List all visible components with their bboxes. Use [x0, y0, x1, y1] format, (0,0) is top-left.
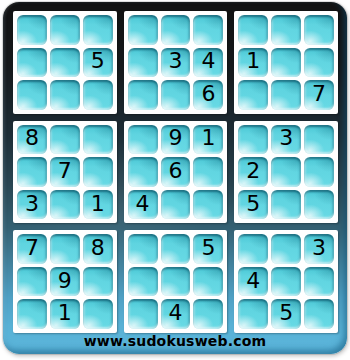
sudoku-box: 346: [124, 11, 228, 114]
cell-digit: 4: [168, 302, 182, 324]
sudoku-cell[interactable]: 5: [193, 234, 223, 264]
sudoku-cell[interactable]: 3: [304, 234, 334, 264]
sudoku-box: 17: [234, 11, 338, 114]
sudoku-cell[interactable]: 7: [17, 234, 47, 264]
sudoku-cell[interactable]: [17, 48, 47, 78]
sudoku-board: 53461787319164325789154345: [13, 11, 338, 333]
sudoku-cell[interactable]: 2: [238, 157, 268, 187]
sudoku-cell[interactable]: [17, 267, 47, 297]
cell-digit: 4: [201, 50, 215, 72]
sudoku-cell[interactable]: 7: [50, 157, 80, 187]
sudoku-cell[interactable]: [161, 80, 191, 110]
board-frame: 53461787319164325789154345 www.sudokuswe…: [3, 2, 347, 354]
sudoku-cell[interactable]: [83, 125, 113, 155]
cell-digit: 5: [279, 302, 293, 324]
cell-digit: 8: [91, 237, 105, 259]
sudoku-cell[interactable]: 1: [50, 299, 80, 329]
cell-digit: 3: [168, 50, 182, 72]
cell-digit: 7: [58, 160, 72, 182]
cell-digit: 1: [201, 127, 215, 149]
sudoku-cell[interactable]: [238, 125, 268, 155]
sudoku-cell[interactable]: [161, 234, 191, 264]
sudoku-cell[interactable]: [304, 190, 334, 220]
sudoku-cell[interactable]: [238, 299, 268, 329]
cell-digit: 6: [168, 160, 182, 182]
sudoku-cell[interactable]: [304, 157, 334, 187]
sudoku-cell[interactable]: [50, 80, 80, 110]
sudoku-box: 345: [234, 230, 338, 333]
sudoku-cell[interactable]: [50, 48, 80, 78]
sudoku-box: 5: [13, 11, 117, 114]
sudoku-cell[interactable]: 5: [238, 190, 268, 220]
sudoku-cell[interactable]: [128, 299, 158, 329]
sudoku-cell[interactable]: [128, 125, 158, 155]
sudoku-box: 54: [124, 230, 228, 333]
sudoku-cell[interactable]: 3: [17, 190, 47, 220]
sudoku-cell[interactable]: [128, 157, 158, 187]
sudoku-cell[interactable]: 4: [161, 299, 191, 329]
sudoku-cell[interactable]: 9: [161, 125, 191, 155]
sudoku-cell[interactable]: [304, 267, 334, 297]
sudoku-cell[interactable]: [50, 190, 80, 220]
sudoku-cell[interactable]: 5: [271, 299, 301, 329]
cell-digit: 8: [25, 127, 39, 149]
cell-digit: 9: [168, 127, 182, 149]
sudoku-cell[interactable]: [128, 267, 158, 297]
sudoku-cell[interactable]: [193, 15, 223, 45]
sudoku-cell[interactable]: [271, 157, 301, 187]
sudoku-cell[interactable]: [50, 15, 80, 45]
sudoku-cell[interactable]: [271, 190, 301, 220]
cell-digit: 5: [201, 237, 215, 259]
cell-digit: 6: [201, 83, 215, 105]
cell-digit: 4: [246, 270, 260, 292]
sudoku-cell[interactable]: [193, 157, 223, 187]
sudoku-cell[interactable]: [193, 299, 223, 329]
sudoku-box: 325: [234, 121, 338, 224]
sudoku-cell[interactable]: [17, 80, 47, 110]
sudoku-cell[interactable]: 4: [238, 267, 268, 297]
sudoku-cell[interactable]: [128, 234, 158, 264]
sudoku-box: 7891: [13, 230, 117, 333]
sudoku-cell[interactable]: [128, 15, 158, 45]
cell-digit: 5: [246, 193, 260, 215]
sudoku-cell[interactable]: [17, 15, 47, 45]
sudoku-cell[interactable]: [17, 299, 47, 329]
sudoku-cell[interactable]: [83, 80, 113, 110]
sudoku-cell[interactable]: 3: [161, 48, 191, 78]
sudoku-cell[interactable]: [271, 15, 301, 45]
sudoku-cell[interactable]: [83, 267, 113, 297]
sudoku-cell[interactable]: [304, 125, 334, 155]
sudoku-cell[interactable]: 8: [17, 125, 47, 155]
sudoku-cell[interactable]: [271, 234, 301, 264]
sudoku-cell[interactable]: [17, 157, 47, 187]
sudoku-cell[interactable]: [50, 234, 80, 264]
sudoku-cell[interactable]: 1: [238, 48, 268, 78]
sudoku-cell[interactable]: [238, 15, 268, 45]
sudoku-cell[interactable]: [161, 267, 191, 297]
sudoku-cell[interactable]: [50, 125, 80, 155]
sudoku-cell[interactable]: [271, 267, 301, 297]
cell-digit: 5: [91, 50, 105, 72]
cell-digit: 1: [91, 193, 105, 215]
sudoku-cell[interactable]: [238, 234, 268, 264]
site-url: www.sudokusweb.com: [3, 333, 347, 350]
cell-digit: 1: [246, 50, 260, 72]
sudoku-cell[interactable]: 1: [83, 190, 113, 220]
sudoku-cell[interactable]: 6: [193, 80, 223, 110]
cell-digit: 3: [25, 193, 39, 215]
cell-digit: 3: [279, 127, 293, 149]
sudoku-cell[interactable]: 4: [193, 48, 223, 78]
sudoku-cell[interactable]: [271, 80, 301, 110]
sudoku-cell[interactable]: [238, 80, 268, 110]
sudoku-cell[interactable]: 4: [128, 190, 158, 220]
sudoku-cell[interactable]: 9: [50, 267, 80, 297]
sudoku-cell[interactable]: [271, 48, 301, 78]
sudoku-box: 8731: [13, 121, 117, 224]
sudoku-cell[interactable]: 1: [193, 125, 223, 155]
sudoku-cell[interactable]: [83, 299, 113, 329]
sudoku-cell[interactable]: 5: [83, 48, 113, 78]
cell-digit: 9: [58, 270, 72, 292]
sudoku-cell[interactable]: [304, 15, 334, 45]
sudoku-cell[interactable]: 8: [83, 234, 113, 264]
cell-digit: 1: [58, 302, 72, 324]
sudoku-cell[interactable]: [193, 190, 223, 220]
sudoku-box: 9164: [124, 121, 228, 224]
sudoku-cell[interactable]: 6: [161, 157, 191, 187]
sudoku-cell[interactable]: [128, 48, 158, 78]
sudoku-cell[interactable]: [83, 157, 113, 187]
cell-digit: 7: [25, 237, 39, 259]
cell-digit: 3: [312, 237, 326, 259]
sudoku-cell[interactable]: 3: [271, 125, 301, 155]
sudoku-cell[interactable]: [83, 15, 113, 45]
cell-digit: 7: [312, 83, 326, 105]
sudoku-cell[interactable]: [161, 15, 191, 45]
sudoku-cell[interactable]: 7: [304, 80, 334, 110]
sudoku-cell[interactable]: [193, 267, 223, 297]
cell-digit: 2: [246, 160, 260, 182]
sudoku-cell[interactable]: [304, 299, 334, 329]
sudoku-cell[interactable]: [161, 190, 191, 220]
sudoku-cell[interactable]: [128, 80, 158, 110]
sudoku-cell[interactable]: [304, 48, 334, 78]
cell-digit: 4: [136, 193, 150, 215]
